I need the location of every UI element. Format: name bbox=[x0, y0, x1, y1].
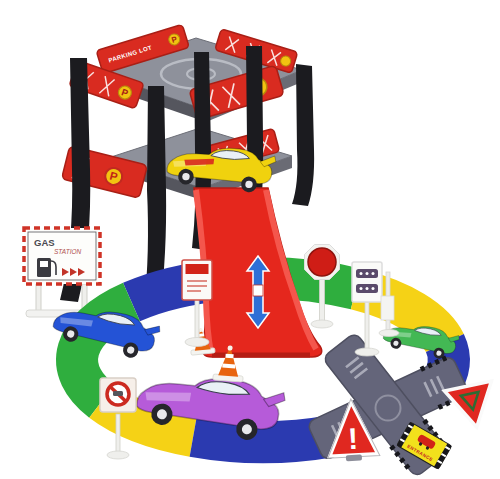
pillar bbox=[292, 64, 314, 206]
stop-sign-disc bbox=[308, 248, 336, 276]
warning-exclamation: ! bbox=[347, 422, 359, 455]
yield-triangle-sign bbox=[445, 381, 500, 432]
playset-photo: PARKING LOT P P P P bbox=[0, 0, 500, 479]
track-segment-blue-bottom bbox=[193, 436, 332, 442]
gas-label-line2: STATION bbox=[54, 248, 82, 255]
gas-label-line1: GAS bbox=[34, 237, 55, 248]
playset-scene: PARKING LOT P P P P bbox=[0, 0, 500, 479]
